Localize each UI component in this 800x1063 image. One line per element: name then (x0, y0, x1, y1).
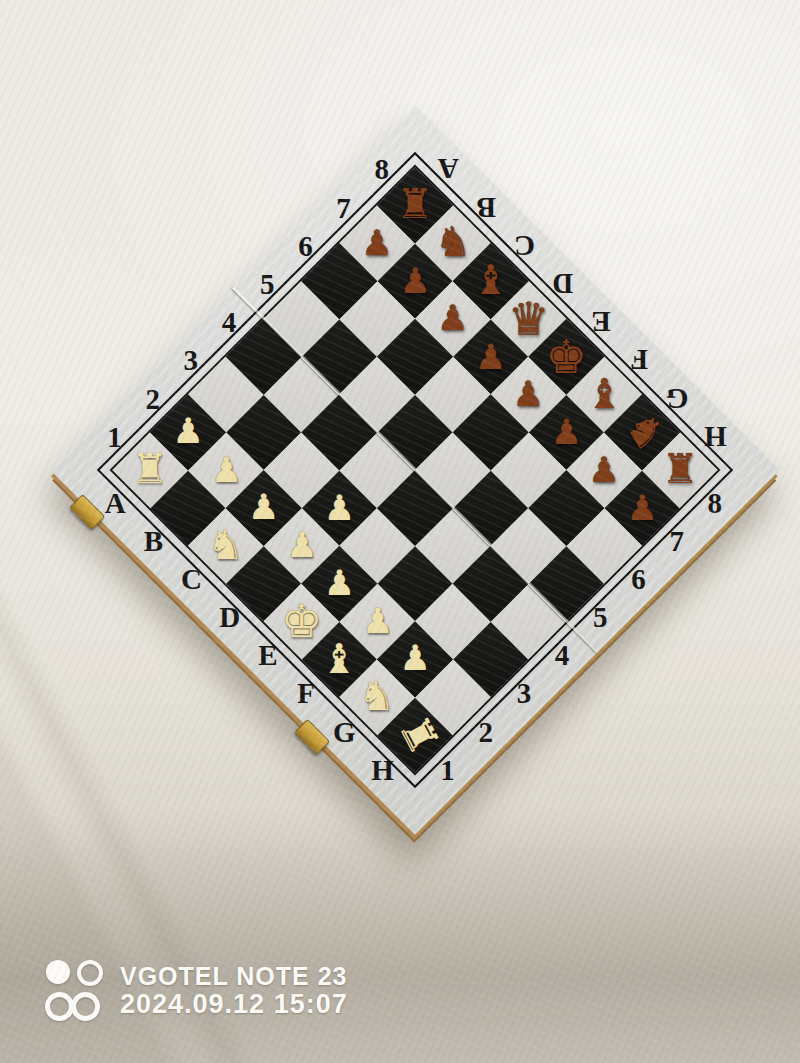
piece-black-pawn-e7[interactable]: ♟ (513, 377, 544, 412)
piece-white-rook-a1[interactable]: ♜ (132, 449, 169, 490)
rank-label-west-8: 8 (367, 154, 397, 184)
piece-black-knight-b8[interactable]: ♞ (434, 223, 471, 264)
file-label-south-G: G (329, 717, 359, 747)
piece-black-pawn-a7[interactable]: ♟ (361, 226, 392, 261)
piece-white-pawn-d2[interactable]: ♟ (286, 528, 317, 563)
infinity-camera-logo-icon (44, 958, 106, 1024)
piece-black-pawn-b7[interactable]: ♟ (399, 263, 430, 298)
rank-label-west-5: 5 (252, 269, 282, 299)
rank-label-east-5: 5 (585, 602, 615, 632)
rank-label-east-7: 7 (662, 526, 692, 556)
infinity-left-loop-icon (45, 992, 74, 1021)
piece-white-pawn-d3[interactable]: ♟ (324, 490, 355, 525)
rank-label-west-3: 3 (176, 345, 206, 375)
watermark-timestamp: 2024.09.12 15:07 (120, 990, 348, 1019)
rank-label-east-8: 8 (700, 488, 730, 518)
file-label-south-B: B (138, 526, 168, 556)
file-label-north-B: B (471, 193, 501, 223)
board-silver-frame: ♜♞♝♛♚♝♞♜♟♟♟♟♟♟♟♟♟♟♟♟♟♟♟♟♜♞♚♝♞♜ AA11BB22C… (50, 105, 780, 835)
rank-label-west-2: 2 (138, 384, 168, 414)
rank-label-west-1: 1 (99, 422, 129, 452)
piece-black-rook-a8[interactable]: ♜ (397, 185, 434, 226)
file-label-south-D: D (215, 602, 245, 632)
outline-circle-icon (77, 960, 103, 986)
chess-board: ♜♞♝♛♚♝♞♜♟♟♟♟♟♟♟♟♟♟♟♟♟♟♟♟♜♞♚♝♞♜ AA11BB22C… (50, 105, 780, 835)
piece-white-knight-g1[interactable]: ♞ (359, 676, 396, 717)
brass-clasp-right (294, 719, 330, 755)
filled-circle-icon (46, 960, 70, 984)
file-label-south-H: H (367, 755, 397, 785)
piece-white-pawn-f2[interactable]: ♟ (361, 604, 392, 639)
rank-label-east-1: 1 (433, 755, 463, 785)
piece-black-pawn-d7[interactable]: ♟ (475, 339, 506, 374)
file-label-north-A: A (433, 154, 463, 184)
piece-black-pawn-f7[interactable]: ♟ (551, 415, 582, 450)
file-label-north-D: D (548, 269, 578, 299)
rank-label-west-7: 7 (329, 193, 359, 223)
infinity-right-loop-icon (71, 992, 100, 1021)
file-label-north-F: F (624, 345, 654, 375)
piece-black-pawn-g7[interactable]: ♟ (588, 452, 619, 487)
piece-white-pawn-b2[interactable]: ♟ (210, 452, 241, 487)
piece-white-pawn-g2[interactable]: ♟ (399, 642, 430, 677)
file-label-north-G: G (662, 384, 692, 414)
piece-black-rook-h8[interactable]: ♜ (661, 449, 698, 490)
rank-label-west-6: 6 (290, 231, 320, 261)
rank-label-east-2: 2 (471, 717, 501, 747)
file-label-south-A: A (100, 488, 130, 518)
piece-black-queen-d8[interactable]: ♛ (508, 296, 549, 342)
piece-white-knight-c1[interactable]: ♞ (207, 525, 244, 566)
piece-white-pawn-c2[interactable]: ♟ (248, 490, 279, 525)
piece-black-pawn-h7[interactable]: ♟ (626, 490, 657, 525)
piece-white-pawn-a2[interactable]: ♟ (172, 415, 203, 450)
piece-black-pawn-c7[interactable]: ♟ (437, 301, 468, 336)
rank-label-east-3: 3 (509, 678, 539, 708)
file-label-south-F: F (291, 678, 321, 708)
piece-black-king-e8[interactable]: ♚ (546, 334, 587, 380)
file-label-south-E: E (253, 640, 283, 670)
photo-background: { "game": { "name": "chess", "scene": "w… (0, 0, 800, 1063)
rank-label-west-4: 4 (214, 307, 244, 337)
file-label-north-H: H (701, 422, 731, 452)
camera-watermark: VGOTEL NOTE 23 2024.09.12 15:07 (44, 958, 348, 1024)
watermark-device-name: VGOTEL NOTE 23 (120, 963, 348, 990)
piece-white-king-e1[interactable]: ♚ (281, 598, 322, 644)
piece-white-bishop-f1[interactable]: ♝ (321, 639, 358, 680)
rank-label-east-6: 6 (623, 564, 653, 594)
board-grid: ♜♞♝♛♚♝♞♜♟♟♟♟♟♟♟♟♟♟♟♟♟♟♟♟♜♞♚♝♞♜ (110, 165, 721, 776)
file-label-south-C: C (177, 564, 207, 594)
rank-label-east-4: 4 (547, 640, 577, 670)
piece-white-pawn-e2[interactable]: ♟ (324, 566, 355, 601)
piece-black-bishop-f8[interactable]: ♝ (586, 374, 623, 415)
file-label-north-E: E (586, 307, 616, 337)
file-label-north-C: C (510, 231, 540, 261)
piece-black-bishop-c8[interactable]: ♝ (472, 260, 509, 301)
